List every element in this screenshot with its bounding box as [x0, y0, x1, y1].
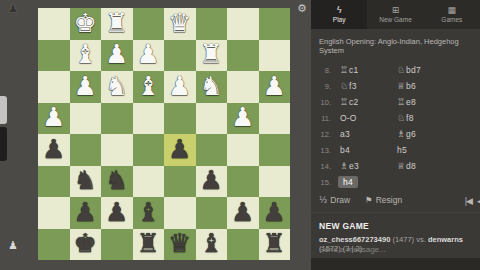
move-row: 9.♘f3♕b6	[311, 78, 480, 94]
move-row: 8.♖c1♘bd7	[311, 62, 480, 78]
black-bishop-e7[interactable]: ♝	[137, 199, 160, 225]
square-b6[interactable]	[227, 166, 259, 198]
square-g6[interactable]: ♞	[70, 166, 102, 198]
player1-rating: (1477)	[392, 235, 414, 244]
square-h6[interactable]	[38, 166, 70, 198]
move-text: c2	[349, 97, 358, 107]
square-c8[interactable]: ♝	[196, 229, 228, 261]
square-c6[interactable]: ♟	[196, 166, 228, 198]
square-h5[interactable]: ♟	[38, 134, 70, 166]
white-move[interactable]: ♗e3	[340, 161, 397, 171]
white-pawn-h4[interactable]: ♟	[42, 104, 65, 130]
plus-square-icon: ⊞	[392, 6, 400, 15]
white-bishop-e3[interactable]: ♝	[137, 73, 160, 99]
white-pawn-b4[interactable]: ♟	[231, 104, 254, 130]
piece-letter-icon: ♕	[397, 81, 405, 91]
square-f2[interactable]: ♟	[101, 40, 133, 72]
move-text: f3	[349, 81, 357, 91]
square-g2[interactable]: ♝	[70, 40, 102, 72]
square-b5[interactable]	[227, 134, 259, 166]
white-move[interactable]: a3	[340, 129, 397, 139]
go-to-start-icon[interactable]: |◀	[465, 196, 472, 206]
black-queen-d8[interactable]: ♛	[168, 230, 191, 256]
piece-letter-icon: ♗	[340, 161, 348, 171]
black-pawn-f7[interactable]: ♟	[105, 199, 128, 225]
top-player-pawn-icon: ♟	[8, 2, 18, 15]
move-number: 14.	[317, 162, 331, 171]
square-a5[interactable]	[259, 134, 291, 166]
square-d1[interactable]: ♛	[164, 8, 196, 40]
white-pawn-a3[interactable]: ♟	[263, 73, 286, 99]
square-b2[interactable]	[227, 40, 259, 72]
square-f4[interactable]	[101, 103, 133, 135]
move-text: e3	[349, 161, 359, 171]
square-a3[interactable]: ♟	[259, 71, 291, 103]
piece-letter-icon: ♗	[397, 129, 405, 139]
white-pawn-e2[interactable]: ♟	[137, 41, 160, 67]
move-text: h5	[397, 145, 407, 155]
move-row: 14.♗e3♕d8	[311, 158, 480, 174]
square-a6[interactable]	[259, 166, 291, 198]
move-row: 12.a3♗g6	[311, 126, 480, 142]
move-number: 9.	[317, 82, 331, 91]
square-h8[interactable]	[38, 229, 70, 261]
square-f8[interactable]	[101, 229, 133, 261]
move-text: bd7	[406, 65, 421, 75]
tab-games-label: Games	[441, 16, 462, 23]
square-d3[interactable]: ♟	[164, 71, 196, 103]
move-row: 10.♖c2♖e8	[311, 94, 480, 110]
edge-notification-dark	[0, 127, 7, 161]
white-bishop-g2[interactable]: ♝	[74, 41, 97, 67]
square-e4[interactable]	[133, 103, 165, 135]
square-g4[interactable]	[70, 103, 102, 135]
black-move[interactable]: ♘bd7	[397, 65, 454, 75]
black-pawn-b7[interactable]: ♟	[231, 199, 254, 225]
player1-name: oz_chess667273490	[319, 235, 390, 244]
tab-play[interactable]: ϟ Play	[311, 0, 367, 29]
square-g8[interactable]: ♚	[70, 229, 102, 261]
move-list: 8.♖c1♘bd79.♘f3♕b610.♖c2♖e811.O-O♘f812.a3…	[311, 62, 480, 190]
chat-input-bar[interactable]	[311, 258, 480, 270]
white-move[interactable]: h4	[340, 176, 397, 188]
square-e1[interactable]	[133, 8, 165, 40]
square-a2[interactable]	[259, 40, 291, 72]
flag-icon: ⚑	[365, 195, 373, 205]
square-e2[interactable]: ♟	[133, 40, 165, 72]
square-f6[interactable]: ♞	[101, 166, 133, 198]
piece-letter-icon: ♘	[397, 65, 405, 75]
half-point-icon: ½	[319, 195, 327, 205]
move-text: f8	[406, 113, 414, 123]
square-d6[interactable]	[164, 166, 196, 198]
move-text: b6	[406, 81, 416, 91]
square-e5[interactable]	[133, 134, 165, 166]
square-a7[interactable]: ♟	[259, 197, 291, 229]
square-g3[interactable]: ♟	[70, 71, 102, 103]
square-d2[interactable]	[164, 40, 196, 72]
square-e8[interactable]: ♜	[133, 229, 165, 261]
chat-input[interactable]: Send a message...	[319, 245, 386, 254]
action-bar: ½ Draw ⚑ Resign |◀ ◀	[311, 190, 480, 210]
black-pawn-d5[interactable]: ♟	[168, 136, 191, 162]
white-move[interactable]: ♖c1	[340, 65, 397, 75]
square-e7[interactable]: ♝	[133, 197, 165, 229]
resign-button[interactable]: ⚑ Resign	[365, 195, 402, 205]
square-h1[interactable]	[38, 8, 70, 40]
tab-new-game[interactable]: ⊞ New Game	[367, 0, 423, 29]
white-king-g1[interactable]: ♚	[74, 10, 97, 36]
black-move[interactable]: ♗g6	[397, 129, 454, 139]
square-h7[interactable]	[38, 197, 70, 229]
move-row: 13.b4h5	[311, 142, 480, 158]
square-c3[interactable]: ♞	[196, 71, 228, 103]
square-e6[interactable]	[133, 166, 165, 198]
settings-gear-icon[interactable]: ⚙	[297, 2, 307, 15]
black-pawn-a7[interactable]: ♟	[263, 199, 286, 225]
move-number: 13.	[317, 146, 331, 155]
resign-label: Resign	[376, 195, 402, 205]
move-text: c1	[349, 65, 358, 75]
square-g1[interactable]: ♚	[70, 8, 102, 40]
tab-new-game-label: New Game	[379, 16, 412, 23]
square-b4[interactable]: ♟	[227, 103, 259, 135]
square-h4[interactable]: ♟	[38, 103, 70, 135]
square-d4[interactable]	[164, 103, 196, 135]
square-f1[interactable]: ♜	[101, 8, 133, 40]
white-pawn-g3[interactable]: ♟	[74, 73, 97, 99]
black-move[interactable]: ♖e8	[397, 97, 454, 107]
square-f5[interactable]	[101, 134, 133, 166]
square-e3[interactable]: ♝	[133, 71, 165, 103]
white-pawn-f2[interactable]: ♟	[105, 41, 128, 67]
move-text: h4	[343, 177, 353, 187]
square-f3[interactable]: ♞	[101, 71, 133, 103]
move-number: 10.	[317, 98, 331, 107]
white-move[interactable]: b4	[340, 145, 397, 155]
square-g5[interactable]	[70, 134, 102, 166]
square-c2[interactable]: ♜	[196, 40, 228, 72]
black-pawn-h5[interactable]: ♟	[42, 136, 65, 162]
black-rook-e8[interactable]: ♜	[137, 230, 160, 256]
move-text: e8	[406, 97, 416, 107]
black-rook-a8[interactable]: ♜	[263, 230, 286, 256]
chess-board[interactable]: ♚♜♛♝♟♟♜♟♞♝♟♞♟♟♟♟♟♞♞♟♟♟♝♟♟♚♜♛♝♜	[38, 8, 290, 260]
white-pawn-d3[interactable]: ♟	[168, 73, 191, 99]
square-d5[interactable]: ♟	[164, 134, 196, 166]
move-number: 12.	[317, 130, 331, 139]
piece-letter-icon: ♖	[340, 65, 348, 75]
piece-letter-icon: ♘	[340, 81, 348, 91]
square-b3[interactable]	[227, 71, 259, 103]
new-game-title: NEW GAME	[319, 221, 472, 231]
square-c1[interactable]	[196, 8, 228, 40]
move-text: O-O	[340, 113, 357, 123]
square-h3[interactable]	[38, 71, 70, 103]
move-text: a3	[340, 129, 350, 139]
black-knight-f6[interactable]: ♞	[105, 167, 128, 193]
white-move[interactable]: O-O	[340, 113, 397, 123]
black-knight-g6[interactable]: ♞	[74, 167, 97, 193]
square-a8[interactable]: ♜	[259, 229, 291, 261]
vs-label: vs.	[416, 235, 426, 244]
lightning-icon: ϟ	[336, 6, 342, 15]
square-d7[interactable]	[164, 197, 196, 229]
edge-notification-light	[0, 96, 7, 124]
move-text: b4	[340, 145, 350, 155]
move-row: 15.h4	[311, 174, 480, 190]
bottom-player-pawn-icon: ♟	[8, 239, 18, 252]
square-h2[interactable]	[38, 40, 70, 72]
black-pawn-c6[interactable]: ♟	[200, 167, 223, 193]
black-move[interactable]: h5	[397, 145, 454, 155]
black-move[interactable]: ♕d8	[397, 161, 454, 171]
black-king-g8[interactable]: ♚	[74, 230, 97, 256]
piece-letter-icon: ♖	[340, 97, 348, 107]
move-text: g6	[406, 129, 416, 139]
white-rook-c2[interactable]: ♜	[200, 41, 223, 67]
square-g7[interactable]: ♟	[70, 197, 102, 229]
tab-games[interactable]: ▦ Games	[424, 0, 480, 29]
square-c7[interactable]	[196, 197, 228, 229]
square-d8[interactable]: ♛	[164, 229, 196, 261]
tab-play-label: Play	[333, 16, 346, 23]
draw-button[interactable]: ½ Draw	[319, 195, 350, 205]
black-move[interactable]: ♘f8	[397, 113, 454, 123]
piece-letter-icon: ♕	[397, 161, 405, 171]
move-row: 11.O-O♘f8	[311, 110, 480, 126]
square-f7[interactable]: ♟	[101, 197, 133, 229]
sidebar: ϟ Play ⊞ New Game ▦ Games English Openin…	[311, 0, 480, 270]
black-pawn-g7[interactable]: ♟	[74, 199, 97, 225]
square-b7[interactable]: ♟	[227, 197, 259, 229]
tab-bar: ϟ Play ⊞ New Game ▦ Games	[311, 0, 480, 29]
draw-label: Draw	[330, 195, 350, 205]
black-move[interactable]: ♕b6	[397, 81, 454, 91]
square-b8[interactable]	[227, 229, 259, 261]
black-bishop-c8[interactable]: ♝	[200, 230, 223, 256]
opening-name: English Opening: Anglo-Indian, Hedgehog …	[311, 29, 480, 55]
white-move[interactable]: ♘f3	[340, 81, 397, 91]
piece-letter-icon: ♖	[397, 97, 405, 107]
white-rook-f1[interactable]: ♜	[105, 10, 128, 36]
square-c4[interactable]	[196, 103, 228, 135]
square-b1[interactable]	[227, 8, 259, 40]
square-a4[interactable]	[259, 103, 291, 135]
square-c5[interactable]	[196, 134, 228, 166]
white-knight-f3[interactable]: ♞	[105, 73, 128, 99]
white-knight-c3[interactable]: ♞	[200, 73, 223, 99]
player2-name: denwarns	[428, 235, 463, 244]
move-number: 15.	[317, 178, 331, 187]
white-move[interactable]: ♖c2	[340, 97, 397, 107]
square-a1[interactable]	[259, 8, 291, 40]
move-text: d8	[406, 161, 416, 171]
grid-icon: ▦	[448, 6, 457, 15]
move-number: 11.	[317, 114, 331, 123]
white-queen-d1[interactable]: ♛	[168, 10, 191, 36]
piece-letter-icon: ♘	[397, 113, 405, 123]
move-number: 8.	[317, 66, 331, 75]
